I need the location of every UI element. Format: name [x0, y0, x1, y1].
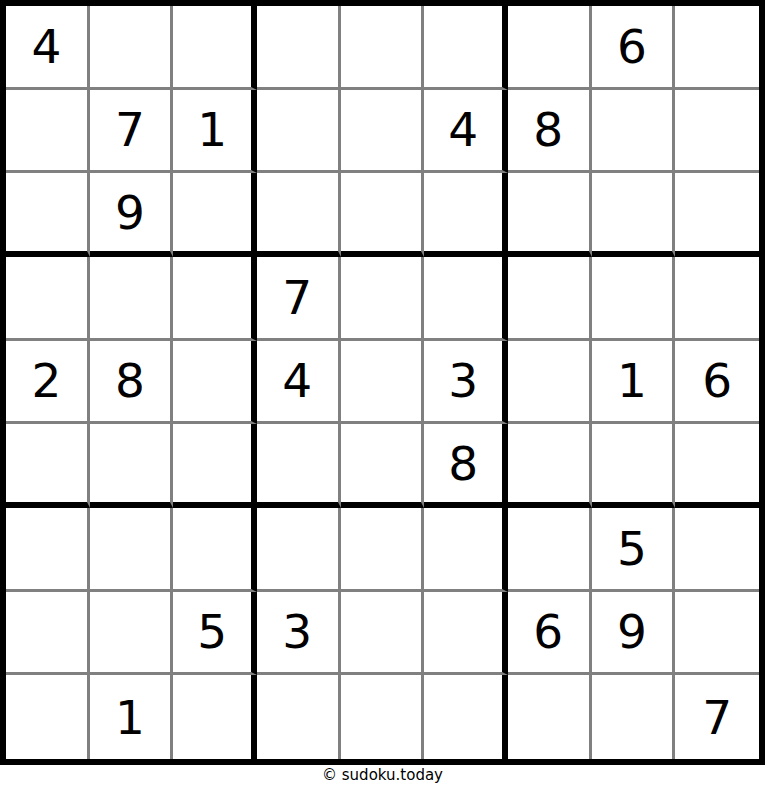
cell-r7c5[interactable]: [341, 508, 425, 592]
cell-r6c7[interactable]: [508, 424, 592, 508]
cell-r4c1[interactable]: [6, 257, 90, 341]
cell-r9c2[interactable]: 1: [90, 675, 174, 759]
cell-r1c9[interactable]: [675, 6, 759, 90]
cell-r2c3[interactable]: 1: [173, 90, 257, 174]
cell-r9c8[interactable]: [592, 675, 676, 759]
cell-r2c9[interactable]: [675, 90, 759, 174]
cell-r3c8[interactable]: [592, 173, 676, 257]
cell-r1c5[interactable]: [341, 6, 425, 90]
cell-r4c4[interactable]: 7: [257, 257, 341, 341]
cell-r6c4[interactable]: [257, 424, 341, 508]
cell-r3c3[interactable]: [173, 173, 257, 257]
cell-r5c3[interactable]: [173, 341, 257, 425]
cell-r2c8[interactable]: [592, 90, 676, 174]
cell-r1c4[interactable]: [257, 6, 341, 90]
cell-r1c6[interactable]: [424, 6, 508, 90]
cell-r7c1[interactable]: [6, 508, 90, 592]
cell-r5c5[interactable]: [341, 341, 425, 425]
cell-r8c7[interactable]: 6: [508, 592, 592, 676]
cell-r1c8[interactable]: 6: [592, 6, 676, 90]
cell-r3c1[interactable]: [6, 173, 90, 257]
cell-r3c9[interactable]: [675, 173, 759, 257]
cell-r8c3[interactable]: 5: [173, 592, 257, 676]
cell-r6c3[interactable]: [173, 424, 257, 508]
cell-r7c6[interactable]: [424, 508, 508, 592]
cell-r3c6[interactable]: [424, 173, 508, 257]
cell-r2c6[interactable]: 4: [424, 90, 508, 174]
cell-r4c3[interactable]: [173, 257, 257, 341]
cell-r7c8[interactable]: 5: [592, 508, 676, 592]
cell-r1c3[interactable]: [173, 6, 257, 90]
cell-r8c1[interactable]: [6, 592, 90, 676]
sudoku-page: 4671489728431685536917 © sudoku.today: [0, 0, 765, 785]
cell-r5c7[interactable]: [508, 341, 592, 425]
sudoku-board: 4671489728431685536917: [0, 0, 765, 765]
cell-r1c2[interactable]: [90, 6, 174, 90]
cell-r5c1[interactable]: 2: [6, 341, 90, 425]
cell-r7c7[interactable]: [508, 508, 592, 592]
cell-r8c4[interactable]: 3: [257, 592, 341, 676]
cell-r9c6[interactable]: [424, 675, 508, 759]
cell-r6c8[interactable]: [592, 424, 676, 508]
cell-r7c9[interactable]: [675, 508, 759, 592]
cell-r9c1[interactable]: [6, 675, 90, 759]
cell-r3c4[interactable]: [257, 173, 341, 257]
cell-r2c1[interactable]: [6, 90, 90, 174]
cell-r7c4[interactable]: [257, 508, 341, 592]
cell-r2c2[interactable]: 7: [90, 90, 174, 174]
cell-r9c9[interactable]: 7: [675, 675, 759, 759]
cell-r2c4[interactable]: [257, 90, 341, 174]
cell-r9c4[interactable]: [257, 675, 341, 759]
cell-r9c3[interactable]: [173, 675, 257, 759]
cell-r3c2[interactable]: 9: [90, 173, 174, 257]
cell-r2c5[interactable]: [341, 90, 425, 174]
cell-r1c1[interactable]: 4: [6, 6, 90, 90]
cell-r5c2[interactable]: 8: [90, 341, 174, 425]
cell-r8c9[interactable]: [675, 592, 759, 676]
cell-r9c5[interactable]: [341, 675, 425, 759]
cell-r4c5[interactable]: [341, 257, 425, 341]
cell-r7c2[interactable]: [90, 508, 174, 592]
cell-r5c4[interactable]: 4: [257, 341, 341, 425]
cell-r2c7[interactable]: 8: [508, 90, 592, 174]
cell-r8c5[interactable]: [341, 592, 425, 676]
cell-r8c2[interactable]: [90, 592, 174, 676]
cell-r4c9[interactable]: [675, 257, 759, 341]
cell-r3c7[interactable]: [508, 173, 592, 257]
cell-r9c7[interactable]: [508, 675, 592, 759]
cell-r1c7[interactable]: [508, 6, 592, 90]
cell-r4c6[interactable]: [424, 257, 508, 341]
cell-r8c8[interactable]: 9: [592, 592, 676, 676]
cell-r3c5[interactable]: [341, 173, 425, 257]
cell-r7c3[interactable]: [173, 508, 257, 592]
cell-r6c2[interactable]: [90, 424, 174, 508]
cell-r5c9[interactable]: 6: [675, 341, 759, 425]
cell-r4c7[interactable]: [508, 257, 592, 341]
footer-credit: © sudoku.today: [0, 765, 765, 785]
cell-r6c6[interactable]: 8: [424, 424, 508, 508]
cell-r4c2[interactable]: [90, 257, 174, 341]
cell-r5c6[interactable]: 3: [424, 341, 508, 425]
cell-r6c5[interactable]: [341, 424, 425, 508]
cell-r5c8[interactable]: 1: [592, 341, 676, 425]
cell-r6c1[interactable]: [6, 424, 90, 508]
cell-r8c6[interactable]: [424, 592, 508, 676]
cell-r4c8[interactable]: [592, 257, 676, 341]
cell-r6c9[interactable]: [675, 424, 759, 508]
